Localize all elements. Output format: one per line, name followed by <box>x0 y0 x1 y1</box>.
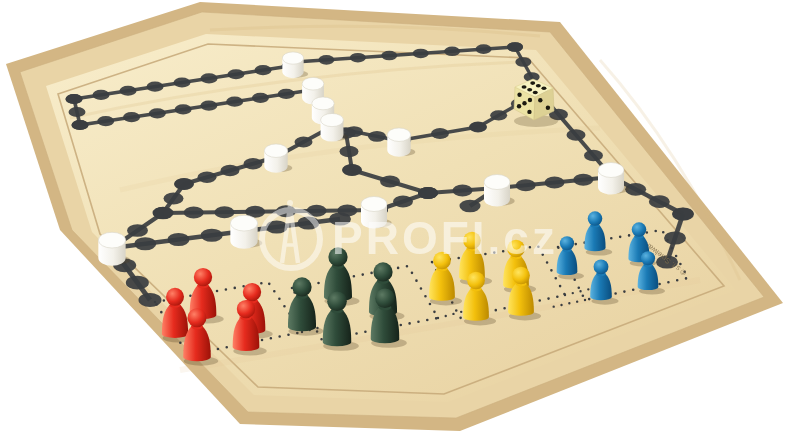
track-dot <box>134 237 156 250</box>
track-dot <box>174 178 194 190</box>
track-dot <box>340 146 359 157</box>
track-dot <box>198 172 217 183</box>
track-dot <box>664 231 686 244</box>
track-dot <box>672 207 694 220</box>
track-dot <box>147 82 164 92</box>
track-dot <box>431 128 449 139</box>
track-dot <box>72 120 89 130</box>
track-dot <box>164 193 184 205</box>
track-dot <box>413 49 429 59</box>
track-dot <box>226 97 243 107</box>
track-dot <box>381 51 397 61</box>
track-dot <box>649 195 670 208</box>
track-dot <box>201 73 218 83</box>
track-dot <box>469 122 487 133</box>
track-dot <box>295 137 313 148</box>
track-dot <box>93 90 110 100</box>
track-dot <box>490 110 507 120</box>
track-dot <box>228 69 245 79</box>
track-dot <box>350 53 366 63</box>
track-dot <box>545 177 565 189</box>
watermark-text: PROFI.cz <box>332 212 558 264</box>
track-dot <box>453 185 473 197</box>
track-dot <box>149 108 166 118</box>
track-dot <box>97 116 114 126</box>
track-dot <box>201 229 223 242</box>
track-dot <box>380 176 400 188</box>
track-dot <box>123 112 140 122</box>
track-dot <box>153 207 174 220</box>
track-dot <box>515 57 531 67</box>
track-dot <box>584 150 603 161</box>
track-dot <box>244 158 263 169</box>
track-dot <box>342 164 362 176</box>
track-dot <box>368 131 386 142</box>
track-dot <box>120 86 137 96</box>
track-dot <box>69 107 86 117</box>
board-scene: © s.f. Spielwaren PROFI.cz <box>0 0 800 438</box>
track-dot <box>476 44 492 54</box>
track-dot <box>318 55 334 65</box>
track-dot <box>200 100 217 110</box>
track-dot <box>418 187 438 199</box>
track-dot <box>221 165 240 176</box>
track-dot <box>567 129 586 140</box>
track-dot <box>460 200 481 213</box>
track-dot <box>174 77 191 87</box>
track-dot <box>252 93 269 103</box>
track-dot <box>255 65 272 75</box>
track-dot <box>168 233 190 246</box>
track-dot <box>573 174 593 186</box>
track-dot <box>507 42 523 52</box>
track-dot <box>278 89 295 99</box>
track-dot <box>127 224 148 237</box>
track-dot <box>139 293 162 307</box>
photo-stage: © s.f. Spielwaren PROFI.cz <box>0 0 800 438</box>
track-dot <box>66 94 83 104</box>
track-dot <box>214 206 234 218</box>
track-dot <box>516 179 536 191</box>
track-dot <box>126 276 149 290</box>
track-dot <box>393 196 413 208</box>
track-dot <box>175 104 192 114</box>
track-dot <box>184 207 204 219</box>
track-dot <box>444 46 460 56</box>
